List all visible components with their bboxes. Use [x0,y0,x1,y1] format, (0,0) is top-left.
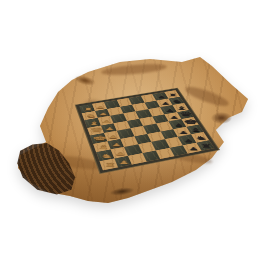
bark-notch [211,112,233,124]
black-rook-piece: ♜ [201,144,213,149]
chess-board: ♜♟♟♜♞♟♟♞♝♟♟♝♛♟♟♛♚♟♟♚♝♟♟♝♞♟♟♞♜♟♟♜ [76,88,219,173]
white-rook-piece: ♜ [104,163,116,168]
white-pawn-piece: ♟ [119,160,130,165]
product-photo-stage: ♜♟♟♜♞♟♟♞♝♟♟♝♛♟♟♛♚♟♟♚♝♟♟♝♞♟♟♞♜♟♟♜ [0,0,260,260]
black-pawn-piece: ♟ [188,147,199,151]
chess-board-perspective-wrap: ♜♟♟♜♞♟♟♞♝♟♟♝♛♟♟♛♚♟♟♚♝♟♟♝♞♟♟♞♜♟♟♜ [86,69,200,183]
